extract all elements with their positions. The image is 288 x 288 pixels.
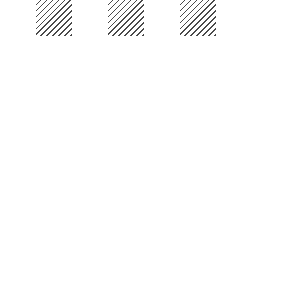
square-b8[interactable] (36, 0, 72, 36)
square-e8[interactable] (144, 0, 180, 36)
square-c8[interactable] (72, 0, 108, 36)
square-a8[interactable] (0, 0, 36, 36)
square-f8[interactable] (180, 0, 216, 36)
chess-board (0, 0, 288, 288)
square-d8[interactable] (108, 0, 144, 36)
